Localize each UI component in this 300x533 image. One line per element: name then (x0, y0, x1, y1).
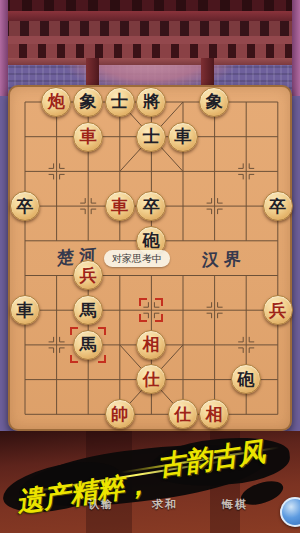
menu-undo-button[interactable]: 悔棋 (222, 497, 248, 512)
banner-part2: 古韵古风 (155, 434, 267, 485)
palace-pillar (0, 0, 8, 96)
palace-bracket-row (0, 21, 300, 36)
palace-beam (0, 58, 300, 65)
piece-black-chariot[interactable]: 車 (10, 295, 40, 325)
opponent-thinking-tooltip: 对家思考中 (104, 250, 170, 267)
piece-red-chariot[interactable]: 車 (73, 122, 103, 152)
palace-backdrop (0, 0, 300, 96)
piece-black-soldier[interactable]: 卒 (136, 191, 166, 221)
floating-action-button[interactable] (280, 497, 300, 527)
piece-black-horse[interactable]: 馬 (73, 330, 103, 360)
piece-black-horse[interactable]: 馬 (73, 295, 103, 325)
piece-red-soldier[interactable]: 兵 (263, 295, 293, 325)
piece-red-advisor[interactable]: 仕 (136, 364, 166, 394)
piece-red-advisor[interactable]: 仕 (168, 399, 198, 429)
bottom-bar: 遗产精粹，古韵古风 认输 求和 悔棋 (0, 431, 300, 533)
piece-red-cannon[interactable]: 炮 (41, 87, 71, 117)
piece-black-soldier[interactable]: 卒 (10, 191, 40, 221)
last-move-from-marker (139, 298, 163, 322)
piece-black-soldier[interactable]: 卒 (263, 191, 293, 221)
palace-beam (0, 0, 300, 11)
piece-black-advisor[interactable]: 士 (136, 122, 166, 152)
palace-beam (0, 36, 300, 44)
piece-red-chariot[interactable]: 車 (105, 191, 135, 221)
palace-pillar (292, 0, 300, 96)
piece-red-elephant[interactable]: 相 (136, 330, 166, 360)
xiangqi-board[interactable]: 楚河 汉界 炮象士將象車士車卒車卒卒砲兵車馬兵馬相仕砲帥仕相 对家思考中 (8, 85, 292, 431)
piece-red-soldier[interactable]: 兵 (73, 260, 103, 290)
piece-black-elephant[interactable]: 象 (73, 87, 103, 117)
palace-beam (0, 11, 300, 21)
piece-black-elephant[interactable]: 象 (199, 87, 229, 117)
menu-draw-button[interactable]: 求和 (152, 497, 178, 512)
piece-black-chariot[interactable]: 車 (168, 122, 198, 152)
game-screen: 楚河 汉界 炮象士將象車士車卒車卒卒砲兵車馬兵馬相仕砲帥仕相 对家思考中 遗产精… (0, 0, 300, 533)
menu-resign-button[interactable]: 认输 (88, 497, 114, 512)
piece-red-general[interactable]: 帥 (105, 399, 135, 429)
piece-black-general[interactable]: 將 (136, 87, 166, 117)
piece-red-elephant[interactable]: 相 (199, 399, 229, 429)
piece-black-cannon[interactable]: 砲 (231, 364, 261, 394)
palace-bracket-row (0, 44, 300, 58)
piece-black-advisor[interactable]: 士 (105, 87, 135, 117)
